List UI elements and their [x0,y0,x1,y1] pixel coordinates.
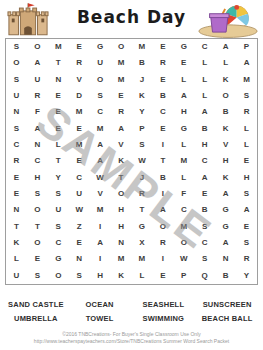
grid-cell[interactable]: K [215,170,236,186]
grid-cell[interactable]: S [48,186,69,202]
grid-cell[interactable]: R [152,235,173,251]
grid-cell[interactable]: N [215,251,236,267]
grid-cell[interactable]: G [173,121,194,137]
word-list-item: UMBRELLA [4,314,68,323]
grid-cell[interactable]: A [90,137,111,153]
grid-cell[interactable]: L [6,251,27,267]
grid-cell[interactable]: K [131,88,152,104]
grid-cell[interactable]: P [131,121,152,137]
grid-cell[interactable]: A [194,170,215,186]
grid-cell[interactable]: E [173,55,194,71]
grid-cell[interactable]: O [173,235,194,251]
grid-cell[interactable]: S [48,219,69,235]
grid-cell[interactable]: G [215,202,236,218]
grid-cell[interactable]: T [152,153,173,169]
grid-cell[interactable]: M [48,39,69,55]
grid-cell[interactable]: O [27,202,48,218]
grid-cell[interactable]: N [69,251,90,267]
grid-cell[interactable]: T [6,219,27,235]
grid-cell[interactable]: M [111,251,132,267]
grid-cell[interactable]: U [69,186,90,202]
grid-cell[interactable]: E [6,186,27,202]
grid-cell[interactable]: U [6,88,27,104]
grid-cell[interactable]: G [173,39,194,55]
grid-cell[interactable]: W [69,202,90,218]
grid-cell[interactable]: E [48,104,69,120]
grid-cell[interactable]: M [90,121,111,137]
grid-cell[interactable]: L [236,121,257,137]
grid-cell[interactable]: H [236,170,257,186]
grid-cell[interactable]: E [111,88,132,104]
grid-cell[interactable]: E [48,88,69,104]
grid-cell[interactable]: E [48,121,69,137]
grid-cell[interactable]: G [131,219,152,235]
grid-cell[interactable]: B [215,104,236,120]
grid-cell[interactable]: Y [48,170,69,186]
header: Beach Day [0,0,263,38]
grid-cell[interactable]: O [111,186,132,202]
word-list-item: SUNSCREEN [195,300,259,309]
grid-cell[interactable]: E [152,268,173,284]
puzzle-board: SOMEGOMEGCAPOATRUMBRELLASUNVOMJELLKMURED… [5,38,258,285]
grid-cell[interactable]: T [111,170,132,186]
grid-cell[interactable]: B [194,121,215,137]
grid-cell[interactable]: M [236,72,257,88]
grid-cell[interactable]: A [90,235,111,251]
grid-cell[interactable]: E [152,121,173,137]
grid-cell[interactable]: A [215,186,236,202]
grid-cell[interactable]: A [152,202,173,218]
grid-cell[interactable]: P [173,268,194,284]
grid-cell[interactable]: N [6,202,27,218]
beach-ball-bucket-icon [198,3,258,42]
grid-cell[interactable]: L [131,268,152,284]
grid-cell[interactable]: L [173,137,194,153]
grid-cell[interactable]: S [131,137,152,153]
grid-cell[interactable]: B [194,202,215,218]
grid-cell[interactable]: R [236,104,257,120]
grid-cell[interactable]: G [48,251,69,267]
grid-cell[interactable]: U [90,55,111,71]
grid-cell[interactable]: U [48,202,69,218]
grid-cell[interactable]: N [27,137,48,153]
grid-cell[interactable]: U [27,72,48,88]
grid-cell[interactable]: A [236,202,257,218]
grid-cell[interactable]: B [152,170,173,186]
grid-cell[interactable]: B [215,268,236,284]
grid-cell[interactable]: L [194,88,215,104]
grid-cell[interactable]: M [90,202,111,218]
grid-cell[interactable]: E [194,186,215,202]
grid-cell[interactable]: P [236,39,257,55]
grid-cell[interactable]: C [27,153,48,169]
grid-cell[interactable]: J [131,170,152,186]
grid-cell[interactable]: O [6,55,27,71]
grid-cell[interactable]: M [69,104,90,120]
grid-cell[interactable]: E [236,153,257,169]
word-list: SAND CASTLEOCEANSEASHELLSUNSCREENUMBRELL… [4,300,259,323]
word-list-item: OCEAN [68,300,132,309]
grid-cell[interactable]: E [152,39,173,55]
grid-cell[interactable]: S [194,251,215,267]
copyright-line: ©2016 TNBCreations- For Buyer's Single C… [0,331,263,338]
grid-cell[interactable]: H [111,219,132,235]
grid-cell[interactable]: R [27,88,48,104]
grid-cell[interactable]: O [111,39,132,55]
grid-cell[interactable]: C [173,202,194,218]
grid-cell[interactable]: I [152,251,173,267]
grid-cell[interactable]: V [215,137,236,153]
grid-cell[interactable]: M [131,251,152,267]
grid-cell[interactable]: N [6,104,27,120]
grid-cell[interactable]: L [194,55,215,71]
grid-cell[interactable]: K [215,72,236,88]
store-url-line: http://www.teacherspayteachers.com/Store… [0,338,263,345]
word-list-item: TOWEL [68,314,132,323]
grid-cell[interactable]: A [194,104,215,120]
word-list-item: SAND CASTLE [4,300,68,309]
grid-cell[interactable]: C [69,170,90,186]
grid-cell[interactable]: H [173,104,194,120]
grid-cell[interactable]: S [236,235,257,251]
grid-cell[interactable]: Q [194,268,215,284]
grid-cell[interactable]: K [111,153,132,169]
grid-cell[interactable]: M [173,153,194,169]
grid-cell[interactable]: O [90,72,111,88]
grid-cell[interactable]: Z [69,219,90,235]
word-list-item: SEASHELL [132,300,196,309]
grid-cell[interactable]: X [131,235,152,251]
grid-cell[interactable]: N [48,72,69,88]
grid-cell[interactable]: L [48,137,69,153]
grid-cell[interactable]: T [27,219,48,235]
grid-cell[interactable]: T [48,55,69,71]
word-list-item: SWIMMING [132,314,196,323]
grid-cell[interactable]: E [236,219,257,235]
grid-cell[interactable]: L [173,170,194,186]
grid-cell[interactable]: W [131,153,152,169]
grid-cell[interactable]: K [111,268,132,284]
grid-cell[interactable]: M [173,219,194,235]
grid-cell[interactable]: B [152,88,173,104]
grid-cell[interactable]: E [69,121,90,137]
grid-cell[interactable]: A [215,235,236,251]
grid-cell[interactable]: A [173,88,194,104]
grid-cell[interactable]: H [194,137,215,153]
grid-cell[interactable]: S [27,186,48,202]
grid-cell[interactable]: O [27,39,48,55]
grid-cell[interactable]: H [27,170,48,186]
grid-cell[interactable]: C [48,235,69,251]
grid-cell[interactable]: M [111,55,132,71]
grid-cell[interactable]: L [215,55,236,71]
grid-cell[interactable]: A [27,55,48,71]
grid-cell[interactable]: F [27,104,48,120]
grid-cell[interactable]: N [111,235,132,251]
grid-cell[interactable]: A [236,55,257,71]
grid-cell[interactable]: O [27,235,48,251]
grid-cell[interactable]: H [90,268,111,284]
grid-cell[interactable]: S [6,121,27,137]
grid-cell[interactable]: I [90,251,111,267]
grid-cell[interactable]: E [69,39,90,55]
grid-cell[interactable]: E [69,235,90,251]
grid-cell[interactable]: F [173,186,194,202]
grid-cell[interactable]: S [194,219,215,235]
worksheet-page: Beach Day SOMEGOMEGCAPOATRUMBRELLASUNVOM… [0,0,263,350]
grid-cell[interactable]: C [194,39,215,55]
grid-cell[interactable]: S [27,268,48,284]
grid-cell[interactable]: O [215,88,236,104]
word-list-item: BEACH BALL [195,314,259,323]
grid-cell[interactable]: K [215,121,236,137]
grid-cell[interactable]: W [90,170,111,186]
grid-cell[interactable]: G [215,219,236,235]
grid-cell[interactable]: S [236,88,257,104]
grid-cell[interactable]: U [6,268,27,284]
grid-cell[interactable]: A [215,39,236,55]
grid-cell[interactable]: Y [236,268,257,284]
grid-cell[interactable]: W [173,251,194,267]
grid-cell[interactable]: S [6,39,27,55]
grid-cell[interactable]: A [90,153,111,169]
grid-cell[interactable]: Y [131,104,152,120]
grid-cell[interactable]: A [111,121,132,137]
grid-cell[interactable]: E [6,170,27,186]
grid-cell[interactable]: O [48,268,69,284]
grid-cell[interactable]: R [236,251,257,267]
grid-cell[interactable]: V [90,186,111,202]
grid-cell[interactable]: D [69,88,90,104]
grid-cell[interactable]: M [111,72,132,88]
grid-cell[interactable]: T [48,153,69,169]
grid-cell[interactable]: I [152,137,173,153]
grid-cell[interactable]: G [90,39,111,55]
grid-cell[interactable]: T [131,202,152,218]
grid-cell[interactable]: C [90,104,111,120]
grid-cell[interactable]: E [69,153,90,169]
grid-cell[interactable]: K [6,235,27,251]
grid-cell[interactable]: H [111,202,132,218]
grid-cell[interactable]: M [69,137,90,153]
grid-cell[interactable]: L [236,137,257,153]
grid-cell[interactable]: B [131,55,152,71]
grid-cell[interactable]: R [69,55,90,71]
grid-cell[interactable]: J [131,72,152,88]
grid-cell[interactable]: S [6,72,27,88]
grid-cell[interactable]: L [173,72,194,88]
grid-cell[interactable]: R [111,104,132,120]
grid-cell[interactable]: C [194,153,215,169]
grid-cell[interactable]: S [69,268,90,284]
footer: ©2016 TNBCreations- For Buyer's Single C… [0,331,263,345]
grid-cell[interactable]: C [6,137,27,153]
grid-cell[interactable]: M [131,39,152,55]
grid-cell[interactable]: V [111,137,132,153]
grid-cell[interactable]: S [236,186,257,202]
grid-cell[interactable]: O [152,219,173,235]
grid-cell[interactable]: R [131,186,152,202]
grid-cell[interactable]: I [152,186,173,202]
grid-cell[interactable]: R [6,153,27,169]
grid-cell[interactable]: L [194,72,215,88]
grid-cell[interactable]: I [90,219,111,235]
puzzle-grid: SOMEGOMEGCAPOATRUMBRELLASUNVOMJELLKMURED… [6,39,257,284]
grid-cell[interactable]: H [215,153,236,169]
grid-cell[interactable]: V [69,72,90,88]
grid-cell[interactable]: E [27,251,48,267]
grid-cell[interactable]: E [152,72,173,88]
grid-cell[interactable]: S [90,88,111,104]
grid-cell[interactable]: C [194,235,215,251]
grid-cell[interactable]: R [152,55,173,71]
grid-cell[interactable]: C [152,104,173,120]
grid-cell[interactable]: A [27,121,48,137]
